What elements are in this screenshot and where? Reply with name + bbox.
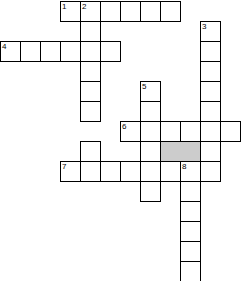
crossword-cell[interactable] <box>80 41 101 62</box>
crossword-cell[interactable]: 4 <box>0 41 21 62</box>
crossword-cell[interactable] <box>220 121 241 142</box>
crossword-cell[interactable] <box>140 141 161 162</box>
crossword-cell[interactable] <box>180 221 201 242</box>
clue-number: 5 <box>142 82 146 91</box>
crossword-cell[interactable]: 3 <box>200 21 221 42</box>
crossword-cell[interactable] <box>180 181 201 202</box>
crossword-cell[interactable] <box>80 161 101 182</box>
crossword-cell[interactable] <box>200 121 221 142</box>
crossword-cell[interactable] <box>180 121 201 142</box>
crossword-cell[interactable] <box>80 21 101 42</box>
clue-number: 4 <box>2 42 6 51</box>
crossword-cell[interactable] <box>140 161 161 182</box>
crossword-cell[interactable] <box>180 261 201 281</box>
crossword-cell[interactable] <box>100 161 121 182</box>
crossword-cell[interactable]: 2 <box>80 1 101 22</box>
crossword-cell[interactable] <box>120 1 141 22</box>
crossword-cell[interactable]: 7 <box>60 161 81 182</box>
crossword-cell[interactable] <box>140 181 161 202</box>
crossword-cell[interactable] <box>200 161 221 182</box>
crossword-cell[interactable] <box>40 41 61 62</box>
crossword-cell[interactable] <box>140 101 161 122</box>
crossword-cell[interactable] <box>80 101 101 122</box>
crossword-cell[interactable] <box>120 161 141 182</box>
shaded-cell <box>160 141 181 162</box>
crossword-cell[interactable]: 6 <box>120 121 141 142</box>
crossword-cell[interactable] <box>200 141 221 162</box>
crossword-cell[interactable] <box>200 81 221 102</box>
crossword-cell[interactable] <box>20 41 41 62</box>
clue-number: 1 <box>62 2 66 11</box>
crossword-cell[interactable] <box>160 161 181 182</box>
crossword-cell[interactable] <box>180 241 201 262</box>
clue-number: 8 <box>182 162 186 171</box>
clue-number: 3 <box>202 22 206 31</box>
crossword-cell[interactable] <box>60 41 81 62</box>
crossword-cell[interactable] <box>200 101 221 122</box>
page: 12345678 <box>0 0 241 281</box>
crossword-cell[interactable] <box>80 141 101 162</box>
crossword-cell[interactable] <box>80 61 101 82</box>
crossword-cell[interactable] <box>200 61 221 82</box>
clue-number: 6 <box>122 122 126 131</box>
clue-number: 7 <box>62 162 66 171</box>
crossword-cell[interactable] <box>160 1 181 22</box>
clue-number: 2 <box>82 2 86 11</box>
shaded-cell <box>180 141 201 162</box>
crossword-cell[interactable] <box>160 121 181 142</box>
crossword-grid: 12345678 <box>0 0 241 281</box>
crossword-cell[interactable] <box>140 121 161 142</box>
crossword-cell[interactable] <box>140 1 161 22</box>
crossword-cell[interactable]: 1 <box>60 1 81 22</box>
crossword-cell[interactable] <box>100 1 121 22</box>
crossword-cell[interactable]: 8 <box>180 161 201 182</box>
crossword-cell[interactable]: 5 <box>140 81 161 102</box>
crossword-cell[interactable] <box>100 41 121 62</box>
crossword-cell[interactable] <box>180 201 201 222</box>
crossword-cell[interactable] <box>200 41 221 62</box>
crossword-cell[interactable] <box>80 81 101 102</box>
